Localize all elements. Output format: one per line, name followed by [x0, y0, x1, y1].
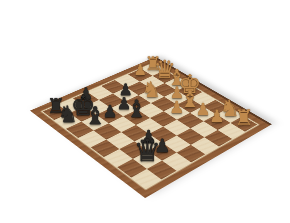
chess-board: [30, 58, 270, 198]
product-photo: ♜♟♛♝♚♟♞♟♟♝♟♟♜♟♚♞♟♝♞♟♝♜♟♟♛: [0, 0, 290, 223]
board-grid: [43, 63, 258, 188]
